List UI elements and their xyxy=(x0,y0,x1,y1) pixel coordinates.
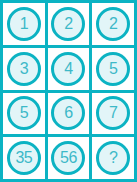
cell-number: 2 xyxy=(109,16,117,32)
cell-number: 5 xyxy=(109,61,117,77)
puzzle-cell-r4c3-answer: ? xyxy=(92,137,134,179)
number-circle: 5 xyxy=(7,96,41,130)
cell-number: ? xyxy=(109,150,117,166)
number-circle: 2 xyxy=(96,7,130,41)
number-circle: 35 xyxy=(7,141,41,175)
puzzle-cell-r1c1: 1 xyxy=(3,3,45,45)
puzzle-cell-r1c2: 2 xyxy=(48,3,90,45)
cell-number: 1 xyxy=(20,16,28,32)
number-circle: 3 xyxy=(7,52,41,86)
number-circle: 6 xyxy=(51,96,85,130)
cell-number: 7 xyxy=(109,105,117,121)
number-circle: 4 xyxy=(51,52,85,86)
number-circle: 1 xyxy=(7,7,41,41)
puzzle-cell-r3c2: 6 xyxy=(48,93,90,135)
number-circle: ? xyxy=(96,141,130,175)
puzzle-cell-r4c2: 56 xyxy=(48,137,90,179)
puzzle-cell-r3c1: 5 xyxy=(3,93,45,135)
number-circle: 56 xyxy=(51,141,85,175)
puzzle-cell-r1c3: 2 xyxy=(92,3,134,45)
puzzle-cell-r2c1: 3 xyxy=(3,48,45,90)
cell-number: 4 xyxy=(64,61,72,77)
number-circle: 7 xyxy=(96,96,130,130)
number-circle: 2 xyxy=(51,7,85,41)
cell-number: 35 xyxy=(15,150,32,166)
number-circle: 5 xyxy=(96,52,130,86)
cell-number: 5 xyxy=(20,105,28,121)
puzzle-cell-r2c3: 5 xyxy=(92,48,134,90)
puzzle-cell-r3c3: 7 xyxy=(92,93,134,135)
puzzle-cell-r4c1: 35 xyxy=(3,137,45,179)
cell-number: 2 xyxy=(64,16,72,32)
puzzle-cell-r2c2: 4 xyxy=(48,48,90,90)
cell-number: 56 xyxy=(60,150,77,166)
cell-number: 3 xyxy=(20,61,28,77)
puzzle-board: 1 2 2 3 4 5 5 6 7 xyxy=(0,0,137,182)
cell-number: 6 xyxy=(64,105,72,121)
